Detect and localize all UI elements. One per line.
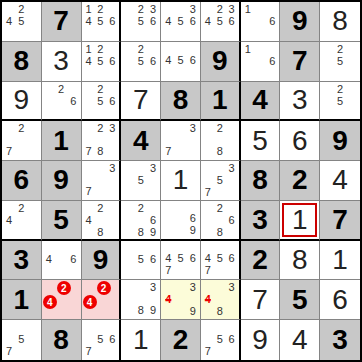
cell-r5c5[interactable]: 1: [161, 161, 201, 201]
pencil-slot-empty: [122, 253, 134, 265]
pencil-mark: 3: [147, 162, 159, 174]
cell-r8c4[interactable]: 389: [121, 280, 161, 320]
cell-r5c7[interactable]: 8: [241, 161, 281, 201]
solved-digit: 1: [292, 206, 308, 234]
cell-r8c1[interactable]: 1: [2, 280, 42, 320]
pencil-mark: 4: [162, 252, 174, 264]
pencil-slot-empty: [3, 27, 15, 38]
pencil-grid: 567: [202, 321, 238, 357]
pencil-mark: 3: [226, 3, 238, 15]
pencil-mark: 9: [187, 305, 199, 317]
pencil-slot-empty: [94, 214, 106, 226]
cell-r5c2[interactable]: 9: [42, 161, 82, 201]
cell-r9c5[interactable]: 2: [161, 320, 201, 360]
pencil-slot-empty: [346, 83, 359, 95]
pencil-mark: 5: [214, 252, 226, 264]
pencil-slot-empty: [28, 145, 40, 157]
cell-r1c1[interactable]: 245: [2, 2, 42, 42]
cell-r9c1[interactable]: 57: [2, 320, 42, 360]
pencil-mark: 2: [15, 202, 27, 214]
pencil-slot-empty: [15, 134, 27, 145]
pencil-mark: 4: [83, 15, 95, 27]
cell-r7c5[interactable]: 4567: [161, 241, 201, 281]
pencil-slot-empty: [346, 67, 359, 78]
pencil-grid: 12456: [83, 43, 119, 78]
given-digit: 9: [292, 7, 308, 35]
pencil-slot-empty: [202, 174, 214, 186]
pencil-grid: 349: [162, 281, 199, 316]
pencil-mark: 5: [135, 55, 147, 67]
pencil-slot-empty: [28, 214, 40, 226]
given-digit: 6: [14, 166, 30, 194]
pencil-mark: 5: [94, 15, 106, 27]
pencil-mark: 3: [106, 122, 118, 134]
pencil-grid: 2689: [122, 202, 159, 236]
pencil-slot-empty: [67, 265, 79, 276]
pencil-slot-empty: [122, 27, 134, 38]
pencil-slot-empty: [83, 202, 95, 214]
given-digit: 9: [93, 246, 109, 274]
pencil-slot-empty: [135, 242, 147, 253]
pencil-slot-empty: [106, 107, 118, 117]
chain-candidate: 2: [97, 281, 111, 295]
cell-r3c1[interactable]: 9: [2, 82, 42, 122]
pencil-slot-empty: [174, 202, 186, 212]
solved-digit: 1: [332, 246, 348, 274]
pencil-mark: 9: [187, 224, 199, 236]
pencil-slot-empty: [83, 95, 95, 107]
pencil-slot-empty: [214, 134, 226, 145]
cell-r9c7[interactable]: 9: [241, 320, 281, 360]
cell-r1c9[interactable]: 8: [320, 2, 360, 42]
pencil-mark: 8: [214, 226, 226, 238]
pencil-slot-empty: [83, 174, 95, 185]
pencil-mark: 5: [135, 174, 147, 186]
pencil-slot-empty: [226, 174, 238, 186]
pencil-mark: 6: [187, 212, 199, 224]
cell-r1c8[interactable]: 9: [280, 2, 320, 42]
pencil-slot-empty: [321, 67, 334, 78]
pencil-slot-empty: [106, 83, 118, 95]
pencil-mark: 7: [202, 264, 214, 276]
pencil-slot-empty: [94, 321, 106, 333]
pencil-mark: 5: [135, 253, 147, 265]
pencil-slot-empty: [3, 3, 15, 15]
pencil-mark: 2: [334, 43, 347, 55]
cell-r3c2[interactable]: 26: [42, 82, 82, 122]
cell-r4c3[interactable]: 2378: [82, 121, 122, 161]
cell-r5c9[interactable]: 4: [320, 161, 360, 201]
pencil-slot-empty: [162, 202, 174, 212]
pencil-slot-empty: [55, 253, 67, 265]
cell-r3c5[interactable]: 8: [161, 82, 201, 122]
pencil-slot-empty: [122, 265, 134, 276]
pencil-mark: 9: [147, 304, 159, 316]
pencil-mark: 8: [135, 226, 147, 238]
pencil-slot-empty: [226, 264, 238, 276]
pencil-slot-empty: [55, 95, 67, 107]
pencil-slot-empty: [226, 27, 238, 38]
pencil-slot-empty: [135, 293, 147, 304]
cell-r1c4[interactable]: 2356: [121, 2, 161, 42]
solved-digit: 1: [133, 326, 149, 354]
solved-digit: 3: [292, 86, 308, 114]
pencil-grid: 25: [321, 83, 359, 117]
pencil-slot-empty: [43, 309, 57, 316]
pencil-slot-empty: [202, 214, 214, 226]
pencil-slot-empty: [28, 15, 40, 27]
pencil-slot-empty: [226, 321, 238, 333]
cell-r9c9[interactable]: 3: [320, 320, 360, 360]
cell-r6c3[interactable]: 248: [82, 201, 122, 241]
pencil-grid: 16: [242, 3, 279, 38]
cell-r8c5[interactable]: 349: [161, 280, 201, 320]
pencil-slot-empty: [346, 107, 359, 117]
cell-r1c6[interactable]: 23456: [201, 2, 241, 42]
pencil-mark: 6: [147, 15, 159, 27]
cell-r3c9[interactable]: 25: [320, 82, 360, 122]
pencil-mark: 6: [147, 253, 159, 265]
cell-r7c1[interactable]: 3: [2, 241, 42, 281]
pencil-mark: 5: [15, 333, 27, 345]
pencil-slot-empty: [147, 27, 159, 38]
given-digit: 1: [53, 127, 69, 155]
pencil-grid: 24: [3, 202, 40, 236]
pencil-grid: 2378: [83, 122, 119, 157]
cell-r9c6[interactable]: 567: [201, 320, 241, 360]
pencil-slot-empty: [202, 27, 214, 38]
pencil-mark: 6: [187, 252, 199, 264]
pencil-slot-empty: [214, 345, 226, 357]
pencil-mark: 4: [3, 15, 15, 27]
pencil-slot-empty: [226, 305, 238, 317]
cell-r2c8[interactable]: 7: [280, 42, 320, 82]
pencil-slot-empty: [135, 67, 147, 78]
pencil-slot-empty: [122, 162, 134, 174]
cell-r8c2[interactable]: 24: [42, 280, 82, 320]
cell-r7c4[interactable]: 56: [121, 241, 161, 281]
pencil-slot-empty: [214, 186, 226, 198]
pencil-slot-empty: [28, 202, 40, 214]
cell-r9c3[interactable]: 567: [82, 320, 122, 360]
cell-r6c6[interactable]: 268: [201, 201, 241, 241]
pencil-slot-empty: [122, 214, 134, 226]
pencil-mark: 2: [94, 3, 106, 15]
cell-r4c2[interactable]: 1: [42, 121, 82, 161]
pencil-slot-empty: [83, 226, 95, 238]
pencil-slot-empty: [71, 309, 80, 316]
cell-r5c1[interactable]: 6: [2, 161, 42, 201]
given-digit: 8: [173, 86, 189, 114]
pencil-slot-empty: [226, 145, 238, 157]
cell-r8c7[interactable]: 7: [241, 280, 281, 320]
solved-digit: 7: [133, 86, 149, 114]
chain-candidate: 4: [43, 295, 57, 309]
cell-r7c8[interactable]: 8: [280, 241, 320, 281]
solved-digit: 6: [332, 286, 348, 314]
pencil-slot-empty: [174, 3, 186, 15]
pencil-mark: 2: [97, 281, 111, 295]
pencil-slot-empty: [226, 345, 238, 357]
pencil-slot-empty: [28, 345, 40, 357]
pencil-slot-empty: [43, 265, 55, 276]
cell-r8c8[interactable]: 5: [280, 280, 320, 320]
given-digit: 5: [53, 206, 69, 234]
pencil-slot-empty: [162, 281, 174, 293]
pencil-mark: 2: [214, 3, 226, 15]
pencil-slot-empty: [147, 43, 159, 55]
pencil-slot-empty: [321, 55, 334, 67]
pencil-slot-empty: [94, 134, 106, 145]
pencil-slot-empty: [97, 295, 111, 309]
cell-r6c8[interactable]: 1: [280, 201, 320, 241]
pencil-mark: 4: [3, 214, 15, 226]
pencil-mark: 8: [214, 305, 226, 317]
cell-r3c6[interactable]: 1: [201, 82, 241, 122]
pencil-mark: 2: [94, 43, 106, 55]
pencil-mark: 3: [147, 3, 159, 15]
cell-r4c1[interactable]: 27: [2, 121, 42, 161]
solved-digit: 7: [252, 286, 268, 314]
pencil-slot-empty: [202, 281, 214, 293]
pencil-slot-empty: [162, 212, 174, 224]
pencil-slot-empty: [28, 122, 40, 134]
cell-r7c7[interactable]: 2: [241, 241, 281, 281]
cell-r6c4[interactable]: 2689: [121, 201, 161, 241]
cell-r1c3[interactable]: 12456: [82, 2, 122, 42]
cell-r3c3[interactable]: 256: [82, 82, 122, 122]
solved-digit: 4: [292, 326, 308, 354]
pencil-grid: 357: [202, 162, 238, 197]
pencil-slot-empty: [174, 242, 186, 253]
cell-r3c7[interactable]: 4: [241, 82, 281, 122]
cell-r7c6[interactable]: 4567: [201, 241, 241, 281]
cell-r7c3[interactable]: 9: [82, 241, 122, 281]
pencil-mark: 4: [43, 253, 55, 265]
pencil-slot-empty: [162, 122, 174, 134]
cell-r1c7[interactable]: 16: [241, 2, 281, 42]
pencil-slot-empty: [135, 281, 147, 293]
pencil-grid: 23456: [202, 3, 238, 38]
pencil-mark: 2: [334, 83, 347, 95]
pencil-slot-empty: [254, 3, 266, 15]
pencil-slot-empty: [214, 281, 226, 293]
cell-r2c7[interactable]: 16: [241, 42, 281, 82]
pencil-mark: 9: [147, 226, 159, 238]
pencil-slot-empty: [122, 304, 134, 316]
pencil-slot-empty: [162, 224, 174, 236]
pencil-mark: 4: [43, 295, 57, 309]
solved-digit: 9: [252, 326, 268, 354]
pencil-slot-empty: [174, 224, 186, 236]
cell-r5c6[interactable]: 357: [201, 161, 241, 201]
given-digit: 9: [332, 127, 348, 155]
cell-r2c5[interactable]: 456: [161, 42, 201, 82]
pencil-slot-empty: [321, 83, 334, 95]
pencil-slot-empty: [226, 293, 238, 305]
pencil-slot-empty: [187, 145, 199, 157]
pencil-slot-empty: [3, 226, 15, 236]
pencil-mark: 5: [94, 333, 106, 345]
cell-r9c2[interactable]: 8: [42, 320, 82, 360]
cell-r2c6[interactable]: 9: [201, 42, 241, 82]
pencil-slot-empty: [187, 66, 199, 77]
cell-r3c4[interactable]: 7: [121, 82, 161, 122]
pencil-slot-empty: [174, 134, 186, 145]
eliminated-candidate: 4: [165, 293, 171, 305]
pencil-grid: 24: [43, 281, 80, 316]
pencil-slot-empty: [28, 321, 40, 333]
given-digit: 4: [133, 127, 149, 155]
pencil-slot-empty: [187, 264, 199, 276]
pencil-grid: 567: [83, 321, 119, 357]
cell-r4c6[interactable]: 28: [201, 121, 241, 161]
pencil-mark: 5: [15, 15, 27, 27]
cell-r6c5[interactable]: 69: [161, 201, 201, 241]
cell-r6c1[interactable]: 24: [2, 201, 42, 241]
pencil-grid: 256: [122, 43, 159, 78]
cell-r4c9[interactable]: 9: [320, 121, 360, 161]
pencil-mark: 5: [214, 174, 226, 186]
pencil-slot-empty: [122, 43, 134, 55]
pencil-mark: 2: [55, 83, 67, 95]
cell-r4c8[interactable]: 6: [280, 121, 320, 161]
pencil-slot-empty: [187, 27, 199, 38]
pencil-slot-empty: [94, 185, 106, 197]
pencil-slot-empty: [122, 67, 134, 78]
cell-r4c5[interactable]: 37: [161, 121, 201, 161]
pencil-mark: 7: [162, 264, 174, 276]
cell-r5c8[interactable]: 2: [280, 161, 320, 201]
solved-digit: 6: [292, 127, 308, 155]
cell-r1c2[interactable]: 7: [42, 2, 82, 42]
given-digit: 7: [332, 206, 348, 234]
pencil-slot-empty: [346, 43, 359, 55]
pencil-mark: 6: [147, 55, 159, 67]
pencil-mark: 5: [214, 333, 226, 345]
pencil-slot-empty: [122, 186, 134, 197]
pencil-grid: 4567: [162, 242, 199, 277]
pencil-slot-empty: [122, 293, 134, 304]
pencil-slot-empty: [106, 345, 118, 357]
cell-r7c9[interactable]: 1: [320, 241, 360, 281]
pencil-slot-empty: [43, 107, 55, 117]
pencil-slot-empty: [106, 214, 118, 226]
cell-r8c3[interactable]: 24: [82, 280, 122, 320]
pencil-slot-empty: [3, 333, 15, 345]
pencil-mark: 6: [67, 95, 79, 107]
pencil-slot-empty: [94, 345, 106, 357]
pencil-grid: 57: [3, 321, 40, 357]
pencil-slot-empty: [346, 95, 359, 107]
pencil-slot-empty: [57, 295, 71, 309]
pencil-slot-empty: [254, 67, 266, 78]
pencil-mark: 5: [174, 252, 186, 264]
pencil-slot-empty: [162, 66, 174, 77]
pencil-mark: 7: [3, 345, 15, 357]
pencil-grid: 56: [122, 242, 159, 277]
cell-r2c4[interactable]: 256: [121, 42, 161, 82]
pencil-slot-empty: [187, 134, 199, 145]
pencil-slot-empty: [15, 226, 27, 236]
cell-r5c4[interactable]: 35: [121, 161, 161, 201]
pencil-slot-empty: [226, 134, 238, 145]
pencil-slot-empty: [83, 107, 95, 117]
sudoku-board: 2457124562356345623456169883124562564569…: [0, 0, 362, 362]
pencil-slot-empty: [321, 107, 334, 117]
pencil-slot-empty: [135, 27, 147, 38]
pencil-slot-empty: [15, 321, 27, 333]
pencil-slot-empty: [162, 242, 174, 253]
solved-digit: 3: [53, 47, 69, 75]
cell-r5c3[interactable]: 37: [82, 161, 122, 201]
pencil-mark: 7: [202, 186, 214, 198]
cell-r6c7[interactable]: 3: [241, 201, 281, 241]
cell-r6c2[interactable]: 5: [42, 201, 82, 241]
pencil-mark: 7: [83, 185, 95, 197]
cell-r2c2[interactable]: 3: [42, 42, 82, 82]
solved-digit: 9: [14, 86, 30, 114]
pencil-slot-empty: [106, 27, 118, 38]
pencil-slot-empty: [55, 107, 67, 117]
pencil-grid: 12456: [83, 3, 119, 38]
chain-candidate: 2: [57, 281, 71, 295]
pencil-mark: 2: [135, 3, 147, 15]
cell-r3c8[interactable]: 3: [280, 82, 320, 122]
given-digit: 1: [212, 86, 228, 114]
pencil-slot-empty: [147, 67, 159, 78]
pencil-mark: 2: [94, 83, 106, 95]
pencil-slot-empty: [226, 226, 238, 238]
pencil-slot-empty: [122, 174, 134, 186]
pencil-slot-empty: [28, 27, 40, 38]
pencil-slot-empty: [346, 55, 359, 67]
cell-r9c8[interactable]: 4: [280, 320, 320, 360]
pencil-slot-empty: [334, 67, 347, 78]
given-digit: 4: [252, 86, 268, 114]
pencil-mark: 5: [94, 95, 106, 107]
cell-r2c3[interactable]: 12456: [82, 42, 122, 82]
cell-r1c5[interactable]: 3456: [161, 2, 201, 42]
pencil-slot-empty: [94, 107, 106, 117]
pencil-mark: 2: [214, 202, 226, 214]
pencil-slot-empty: [67, 242, 79, 253]
pencil-grid: 2356: [122, 3, 159, 38]
pencil-grid: 16: [242, 43, 279, 78]
pencil-slot-empty: [3, 134, 15, 145]
cell-r8c9[interactable]: 6: [320, 280, 360, 320]
pencil-slot-empty: [147, 186, 159, 197]
pencil-slot-empty: [174, 293, 186, 305]
cell-r4c7[interactable]: 5: [241, 121, 281, 161]
pencil-mark: 3: [187, 3, 199, 15]
cell-r4c4[interactable]: 4: [121, 121, 161, 161]
cell-r2c9[interactable]: 25: [320, 42, 360, 82]
pencil-mark: 6: [226, 15, 238, 27]
cell-r8c6[interactable]: 348: [201, 280, 241, 320]
given-digit: 7: [53, 7, 69, 35]
pencil-slot-empty: [55, 265, 67, 276]
cell-r2c1[interactable]: 8: [2, 42, 42, 82]
cell-r9c4[interactable]: 1: [121, 320, 161, 360]
pencil-slot-empty: [122, 15, 134, 27]
cell-r6c9[interactable]: 7: [320, 201, 360, 241]
pencil-slot-empty: [226, 242, 238, 253]
pencil-grid: 69: [162, 202, 199, 236]
pencil-mark: 3: [226, 162, 238, 174]
pencil-grid: 245: [3, 3, 40, 38]
cell-r7c2[interactable]: 46: [42, 241, 82, 281]
